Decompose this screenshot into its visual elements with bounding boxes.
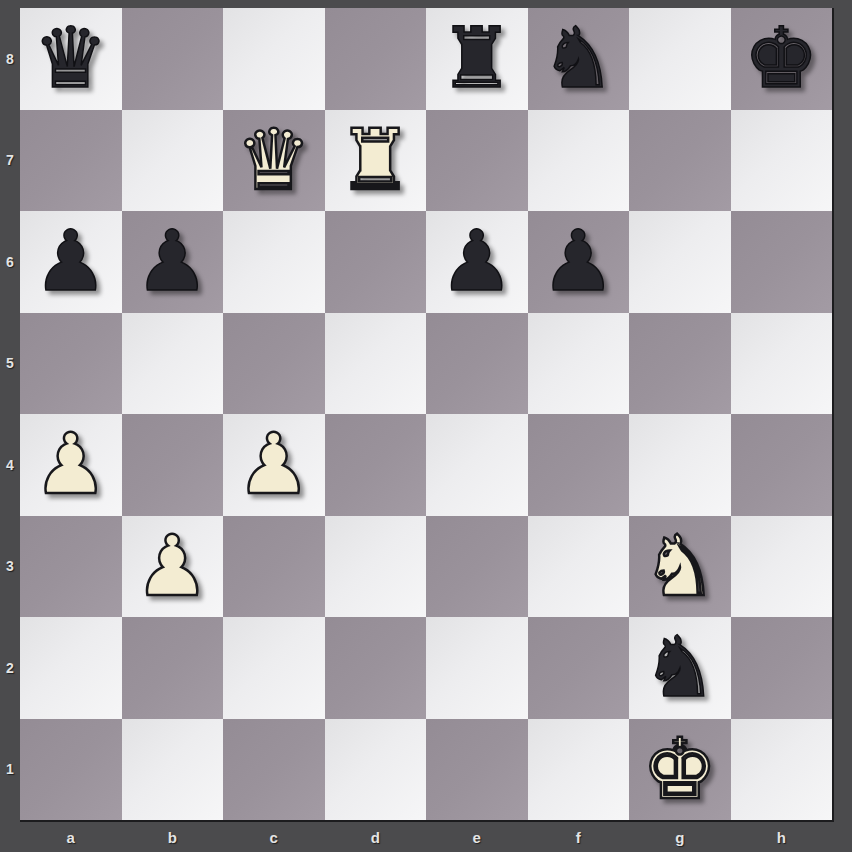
square-b2[interactable] xyxy=(122,617,224,719)
piece-black-knight: ♞ xyxy=(541,8,616,110)
square-b6[interactable]: ♟ xyxy=(122,211,224,313)
square-a4[interactable]: ♟ xyxy=(20,414,122,516)
chess-board: ♛♜♞♚♛♜♟♟♟♟♟♟♟♞♞♚ xyxy=(20,8,834,822)
square-d8[interactable] xyxy=(325,8,427,110)
square-c4[interactable]: ♟ xyxy=(223,414,325,516)
square-f3[interactable] xyxy=(528,516,630,618)
piece-white-knight: ♞ xyxy=(642,516,717,618)
square-c2[interactable] xyxy=(223,617,325,719)
piece-black-rook: ♜ xyxy=(439,8,514,110)
rank-label-1: 1 xyxy=(0,719,20,821)
square-b4[interactable] xyxy=(122,414,224,516)
piece-black-king: ♚ xyxy=(744,8,819,110)
square-h8[interactable]: ♚ xyxy=(731,8,833,110)
piece-white-rook: ♜ xyxy=(338,110,413,212)
square-h4[interactable] xyxy=(731,414,833,516)
piece-white-king: ♚ xyxy=(642,719,717,821)
file-label-f: f xyxy=(528,822,630,852)
piece-white-pawn: ♟ xyxy=(236,414,311,516)
square-f8[interactable]: ♞ xyxy=(528,8,630,110)
square-b7[interactable] xyxy=(122,110,224,212)
file-labels: abcdefgh xyxy=(20,822,832,852)
square-a3[interactable] xyxy=(20,516,122,618)
rank-label-2: 2 xyxy=(0,617,20,719)
square-d4[interactable] xyxy=(325,414,427,516)
rank-label-7: 7 xyxy=(0,110,20,212)
file-label-b: b xyxy=(122,822,224,852)
file-label-a: a xyxy=(20,822,122,852)
square-f5[interactable] xyxy=(528,313,630,415)
square-d5[interactable] xyxy=(325,313,427,415)
piece-white-pawn: ♟ xyxy=(33,414,108,516)
rank-labels: 87654321 xyxy=(0,8,20,820)
rank-label-4: 4 xyxy=(0,414,20,516)
square-e5[interactable] xyxy=(426,313,528,415)
piece-black-pawn: ♟ xyxy=(541,211,616,313)
chess-app-frame: 87654321 ♛♜♞♚♛♜♟♟♟♟♟♟♟♞♞♚ abcdefgh xyxy=(0,0,852,852)
square-f7[interactable] xyxy=(528,110,630,212)
square-g3[interactable]: ♞ xyxy=(629,516,731,618)
square-c5[interactable] xyxy=(223,313,325,415)
square-b3[interactable]: ♟ xyxy=(122,516,224,618)
square-d2[interactable] xyxy=(325,617,427,719)
square-a1[interactable] xyxy=(20,719,122,821)
square-e4[interactable] xyxy=(426,414,528,516)
square-c3[interactable] xyxy=(223,516,325,618)
square-c6[interactable] xyxy=(223,211,325,313)
square-c8[interactable] xyxy=(223,8,325,110)
square-d6[interactable] xyxy=(325,211,427,313)
square-g4[interactable] xyxy=(629,414,731,516)
piece-white-pawn: ♟ xyxy=(135,516,210,618)
piece-white-queen: ♛ xyxy=(236,110,311,212)
square-b8[interactable] xyxy=(122,8,224,110)
square-e3[interactable] xyxy=(426,516,528,618)
rank-label-5: 5 xyxy=(0,313,20,415)
square-e8[interactable]: ♜ xyxy=(426,8,528,110)
square-g2[interactable]: ♞ xyxy=(629,617,731,719)
square-d1[interactable] xyxy=(325,719,427,821)
rank-label-6: 6 xyxy=(0,211,20,313)
square-h6[interactable] xyxy=(731,211,833,313)
rank-label-3: 3 xyxy=(0,516,20,618)
square-e2[interactable] xyxy=(426,617,528,719)
square-a6[interactable]: ♟ xyxy=(20,211,122,313)
square-a7[interactable] xyxy=(20,110,122,212)
piece-black-pawn: ♟ xyxy=(439,211,514,313)
square-g5[interactable] xyxy=(629,313,731,415)
square-d7[interactable]: ♜ xyxy=(325,110,427,212)
file-label-e: e xyxy=(426,822,528,852)
square-h7[interactable] xyxy=(731,110,833,212)
rank-label-8: 8 xyxy=(0,8,20,110)
square-d3[interactable] xyxy=(325,516,427,618)
square-a5[interactable] xyxy=(20,313,122,415)
square-g1[interactable]: ♚ xyxy=(629,719,731,821)
square-f4[interactable] xyxy=(528,414,630,516)
square-e6[interactable]: ♟ xyxy=(426,211,528,313)
square-h3[interactable] xyxy=(731,516,833,618)
square-e1[interactable] xyxy=(426,719,528,821)
piece-black-knight: ♞ xyxy=(642,617,717,719)
file-label-g: g xyxy=(629,822,731,852)
square-h1[interactable] xyxy=(731,719,833,821)
square-f1[interactable] xyxy=(528,719,630,821)
square-e7[interactable] xyxy=(426,110,528,212)
square-b5[interactable] xyxy=(122,313,224,415)
square-g8[interactable] xyxy=(629,8,731,110)
square-c1[interactable] xyxy=(223,719,325,821)
square-h5[interactable] xyxy=(731,313,833,415)
square-g7[interactable] xyxy=(629,110,731,212)
square-a2[interactable] xyxy=(20,617,122,719)
piece-black-pawn: ♟ xyxy=(33,211,108,313)
file-label-c: c xyxy=(223,822,325,852)
square-c7[interactable]: ♛ xyxy=(223,110,325,212)
square-g6[interactable] xyxy=(629,211,731,313)
square-h2[interactable] xyxy=(731,617,833,719)
piece-black-pawn: ♟ xyxy=(135,211,210,313)
square-a8[interactable]: ♛ xyxy=(20,8,122,110)
square-f2[interactable] xyxy=(528,617,630,719)
piece-black-queen: ♛ xyxy=(33,8,108,110)
file-label-h: h xyxy=(731,822,833,852)
file-label-d: d xyxy=(325,822,427,852)
square-f6[interactable]: ♟ xyxy=(528,211,630,313)
square-b1[interactable] xyxy=(122,719,224,821)
